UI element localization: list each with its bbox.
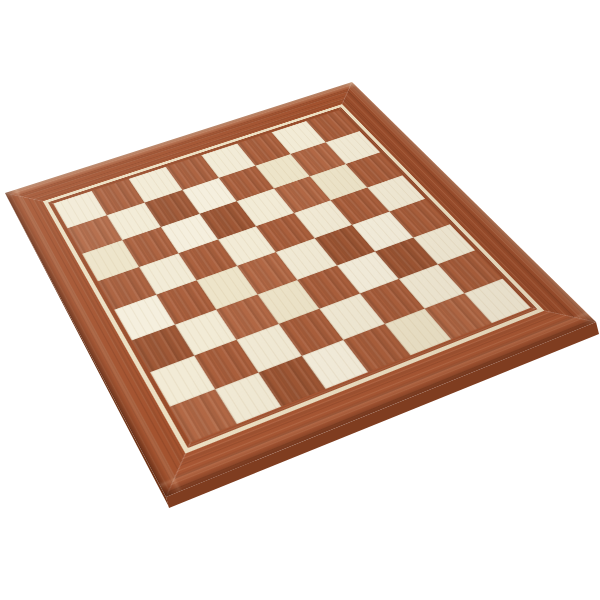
photo-background xyxy=(0,0,600,600)
